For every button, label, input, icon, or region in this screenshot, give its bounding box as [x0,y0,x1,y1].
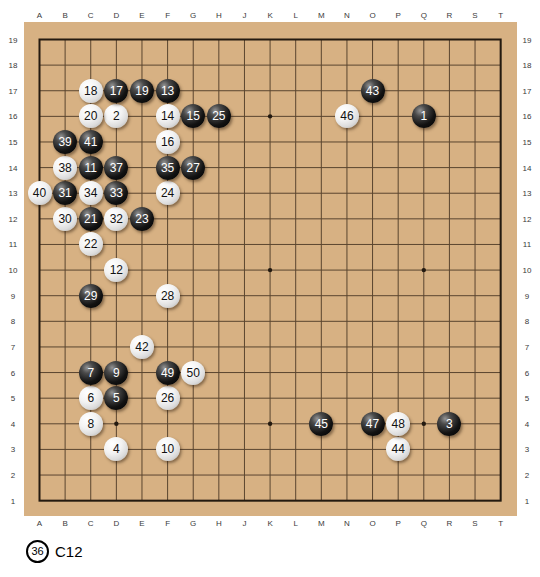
coord-label-left-9: 9 [11,291,15,300]
stone-move-number: 12 [110,264,123,276]
stone-move-number: 30 [58,213,71,225]
stone-move-number: 16 [161,136,174,148]
coord-label-bottom-K: K [267,519,272,528]
stone-move-number: 46 [340,110,353,122]
coord-label-right-12: 12 [523,214,532,223]
go-kifu-diagram: AABBCCDDEEFFGGHHJJKKLLMMNNOOPPQQRRSSTT19… [0,0,540,577]
stone-move-number: 22 [84,238,97,250]
stone-white-18-C17: 18 [79,79,103,103]
stone-move-number: 35 [161,162,174,174]
stone-black-47-O4: 47 [361,412,385,436]
coord-label-left-7: 7 [11,342,15,351]
stone-move-number: 50 [187,367,200,379]
stone-move-number: 4 [113,443,120,455]
stone-move-number: 26 [161,392,174,404]
coord-label-bottom-C: C [88,519,94,528]
coord-label-right-14: 14 [523,163,532,172]
coord-label-top-A: A [37,11,42,20]
stone-black-11-C14: 11 [79,156,103,180]
coord-label-left-3: 3 [11,445,15,454]
coord-label-right-2: 2 [525,471,529,480]
stone-white-28-F9: 28 [156,284,180,308]
stone-move-number: 31 [58,187,71,199]
coord-label-top-L: L [293,11,297,20]
coord-label-left-5: 5 [11,394,15,403]
stone-move-number: 37 [110,162,123,174]
stone-white-6-C5: 6 [79,386,103,410]
star-point-Q10 [422,268,426,272]
coord-label-left-1: 1 [11,496,15,505]
stone-move-number: 10 [161,443,174,455]
coord-label-bottom-D: D [113,519,119,528]
stone-black-21-C12: 21 [79,207,103,231]
coord-label-top-O: O [369,11,375,20]
coord-label-top-N: N [344,11,350,20]
coord-label-left-14: 14 [9,163,18,172]
move-annotation: 36 C12 [26,540,83,563]
coord-label-left-11: 11 [9,240,17,249]
star-point-K10 [268,268,272,272]
stone-black-7-C6: 7 [79,361,103,385]
stone-white-10-F3: 10 [156,437,180,461]
stone-black-23-E12: 23 [130,207,154,231]
stone-move-number: 47 [366,418,379,430]
stone-move-number: 13 [161,85,174,97]
coord-label-bottom-A: A [37,519,42,528]
stone-move-number: 43 [366,85,379,97]
coord-label-right-19: 19 [523,35,532,44]
coord-label-right-15: 15 [523,137,532,146]
stone-move-number: 9 [113,367,120,379]
stone-white-38-B14: 38 [53,156,77,180]
stone-move-number: 3 [446,418,453,430]
stone-move-number: 8 [87,418,94,430]
coord-label-left-10: 10 [9,266,18,275]
stone-move-number: 41 [84,136,97,148]
stone-white-14-F16: 14 [156,104,180,128]
stone-move-number: 20 [84,110,97,122]
coord-label-left-16: 16 [9,112,18,121]
stone-black-13-F17: 13 [156,79,180,103]
stone-white-8-C4: 8 [79,412,103,436]
stone-move-number: 42 [135,341,148,353]
stone-black-41-C15: 41 [79,130,103,154]
coord-label-right-10: 10 [523,266,532,275]
coord-label-bottom-E: E [139,519,144,528]
stone-move-number: 28 [161,290,174,302]
stone-move-number: 19 [135,85,148,97]
coord-label-left-6: 6 [11,368,15,377]
annotation-move-number: 36 [31,546,43,557]
coord-label-top-C: C [88,11,94,20]
coord-label-right-11: 11 [523,240,531,249]
coord-label-left-4: 4 [11,419,15,428]
coord-label-top-E: E [139,11,144,20]
coord-label-right-4: 4 [525,419,529,428]
stone-move-number: 14 [161,110,174,122]
annotation-point-label: C12 [55,543,83,560]
stone-black-39-B15: 39 [53,130,77,154]
stone-move-number: 21 [84,213,97,225]
coord-label-top-G: G [190,11,196,20]
stone-move-number: 17 [110,85,123,97]
coord-label-left-13: 13 [9,189,18,198]
stone-move-number: 29 [84,290,97,302]
stone-move-number: 2 [113,110,120,122]
coord-label-top-F: F [165,11,170,20]
coord-label-top-K: K [267,11,272,20]
coord-label-right-3: 3 [525,445,529,454]
coord-label-bottom-B: B [62,519,67,528]
coord-label-left-18: 18 [9,61,18,70]
coord-label-right-16: 16 [523,112,532,121]
star-point-Q4 [422,422,426,426]
coord-label-top-M: M [318,11,325,20]
stone-black-9-D6: 9 [104,361,128,385]
coord-label-top-H: H [216,11,222,20]
stone-black-37-D14: 37 [104,156,128,180]
coord-label-bottom-N: N [344,519,350,528]
coord-label-right-13: 13 [523,189,532,198]
stone-black-19-E17: 19 [130,79,154,103]
stone-white-26-F5: 26 [156,386,180,410]
coord-label-bottom-R: R [447,519,453,528]
stone-white-24-F13: 24 [156,181,180,205]
coord-label-right-5: 5 [525,394,529,403]
coord-label-right-9: 9 [525,291,529,300]
coord-label-left-12: 12 [9,214,18,223]
coord-label-top-B: B [62,11,67,20]
coord-label-top-R: R [447,11,453,20]
coord-label-bottom-M: M [318,519,325,528]
stone-move-number: 24 [161,187,174,199]
stone-move-number: 49 [161,367,174,379]
coord-label-left-19: 19 [9,35,18,44]
stone-move-number: 11 [85,162,97,174]
stone-white-50-G6: 50 [181,361,205,385]
stone-white-48-P4: 48 [386,412,410,436]
coord-label-top-Q: Q [421,11,427,20]
stone-move-number: 40 [33,187,46,199]
coord-label-top-J: J [242,11,246,20]
coord-label-bottom-O: O [369,519,375,528]
stone-black-29-C9: 29 [79,284,103,308]
annotation-white-stone-icon: 36 [26,540,49,563]
coord-label-bottom-H: H [216,519,222,528]
stone-white-42-E7: 42 [130,335,154,359]
stone-move-number: 5 [113,392,120,404]
coord-label-bottom-T: T [498,519,503,528]
coord-label-bottom-G: G [190,519,196,528]
coord-label-right-6: 6 [525,368,529,377]
stone-black-45-M4: 45 [309,412,333,436]
stone-move-number: 33 [110,187,123,199]
stone-move-number: 34 [84,187,97,199]
stone-move-number: 45 [315,418,328,430]
stone-black-17-D17: 17 [104,79,128,103]
stone-black-27-G14: 27 [181,156,205,180]
stone-black-35-F14: 35 [156,156,180,180]
stone-move-number: 6 [87,392,94,404]
stone-white-16-F15: 16 [156,130,180,154]
coord-label-bottom-Q: Q [421,519,427,528]
coord-label-bottom-J: J [242,519,246,528]
coord-label-bottom-F: F [165,519,170,528]
stone-white-30-B12: 30 [53,207,77,231]
coord-label-left-8: 8 [11,317,15,326]
stone-white-20-C16: 20 [79,104,103,128]
coord-label-right-1: 1 [525,496,529,505]
star-point-K4 [268,422,272,426]
stone-move-number: 32 [110,213,123,225]
coord-label-top-S: S [472,11,477,20]
stone-move-number: 18 [84,85,97,97]
coord-label-left-17: 17 [9,86,18,95]
stone-move-number: 1 [420,110,427,122]
coord-label-top-D: D [113,11,119,20]
coord-label-bottom-P: P [396,519,401,528]
stone-move-number: 7 [87,367,94,379]
coord-label-top-P: P [396,11,401,20]
coord-label-right-18: 18 [523,61,532,70]
coord-label-bottom-L: L [293,519,297,528]
stone-move-number: 27 [187,162,200,174]
stone-move-number: 25 [212,110,225,122]
stone-black-43-O17: 43 [361,79,385,103]
star-point-K16 [268,114,272,118]
coord-label-right-8: 8 [525,317,529,326]
stone-move-number: 44 [391,443,404,455]
coord-label-right-7: 7 [525,342,529,351]
stone-white-40-A13: 40 [28,181,52,205]
coord-label-left-15: 15 [9,137,18,146]
stone-move-number: 15 [187,110,200,122]
stone-move-number: 39 [58,136,71,148]
coord-label-left-2: 2 [11,471,15,480]
stone-black-49-F6: 49 [156,361,180,385]
stone-move-number: 48 [391,418,404,430]
star-point-D4 [114,422,118,426]
coord-label-bottom-S: S [472,519,477,528]
stone-move-number: 23 [135,213,148,225]
coord-label-top-T: T [498,11,503,20]
stone-black-1-Q16: 1 [412,104,436,128]
stone-white-34-C13: 34 [79,181,103,205]
stone-move-number: 38 [58,162,71,174]
coord-label-right-17: 17 [523,86,532,95]
